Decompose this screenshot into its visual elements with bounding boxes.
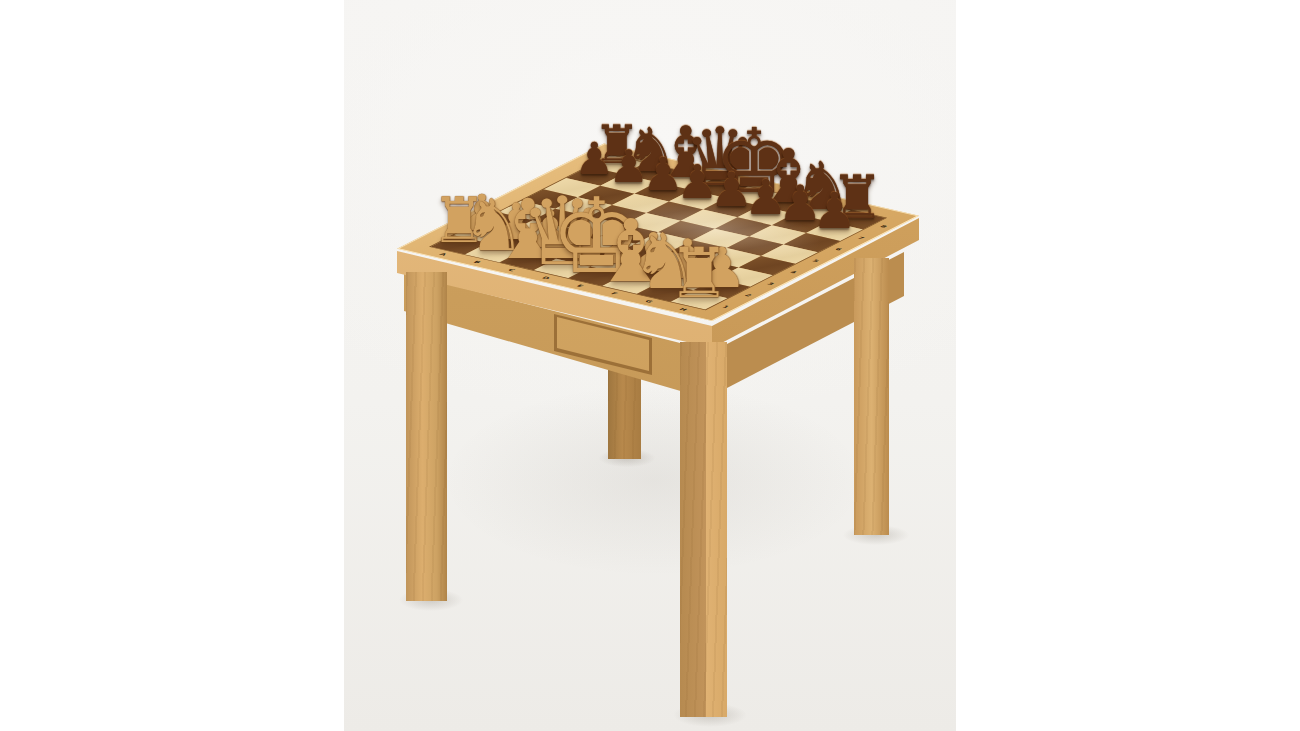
file-label-d: D <box>537 275 555 281</box>
file-label-f: F <box>605 291 623 297</box>
product-photo: ABCDEFGH12345678 ♜♞♝♛♚♝♞♜♟♟♟♟♟♟♟♟♟♟♟♟♟♟♟… <box>344 0 956 731</box>
file-label-e: E <box>571 283 589 289</box>
file-label-b: B <box>468 259 486 265</box>
floor-shadow <box>434 380 874 580</box>
rank-label-7: 7 <box>852 235 870 241</box>
table-leg-left <box>406 272 447 601</box>
file-label-c: C <box>503 267 521 273</box>
rank-label-6: 6 <box>829 246 847 252</box>
file-label-h: H <box>674 306 692 312</box>
rank-label-8: 8 <box>874 224 892 230</box>
rank-label-4: 4 <box>784 269 802 275</box>
table-leg-front <box>680 342 727 717</box>
file-label-a: A <box>434 251 452 257</box>
rank-label-1: 1 <box>717 304 735 310</box>
file-label-g: G <box>640 299 658 305</box>
table-leg-right <box>854 258 889 535</box>
rank-label-3: 3 <box>762 281 780 287</box>
rank-label-2: 2 <box>739 292 757 298</box>
rank-label-5: 5 <box>807 258 825 264</box>
